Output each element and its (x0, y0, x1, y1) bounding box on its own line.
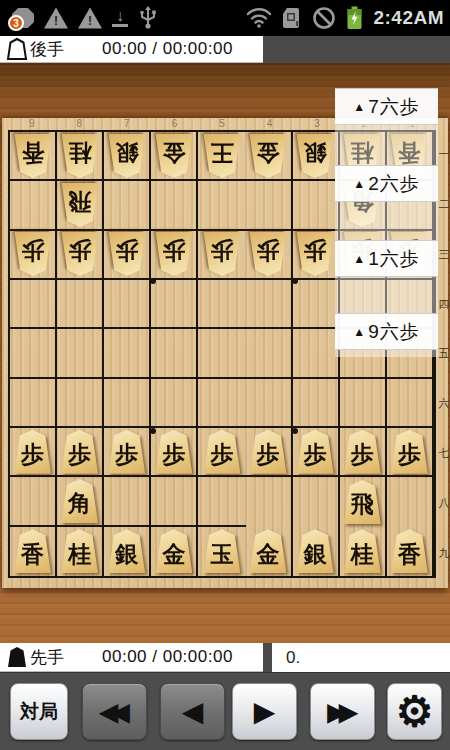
board-square-9七[interactable]: 歩 (10, 428, 57, 477)
board-square-4三[interactable]: 歩 (246, 231, 293, 280)
board-square-2六[interactable] (340, 379, 387, 428)
download-icon: ↓ (112, 9, 128, 27)
piece-sente-桂[interactable]: 桂 (60, 529, 100, 573)
board-square-9四[interactable] (10, 280, 57, 329)
board-square-8九[interactable]: 桂 (57, 527, 104, 576)
android-status-bar: 3 ↓ (0, 0, 450, 36)
piece-gote-歩[interactable]: 歩 (60, 232, 100, 276)
rank-label-九: 九 (438, 528, 450, 578)
sente-move-mark: ▲ (353, 252, 365, 266)
piece-gote-歩[interactable]: 歩 (154, 232, 194, 276)
move-candidate-7六歩[interactable]: ▲7六歩 (335, 88, 438, 125)
piece-sente-歩[interactable]: 歩 (202, 430, 242, 474)
piece-sente-飛[interactable]: 飛 (342, 480, 382, 524)
piece-gote-歩[interactable]: 歩 (107, 232, 147, 276)
board-square-4六[interactable] (246, 379, 293, 428)
board-square-1九[interactable]: 香 (387, 527, 434, 576)
piece-sente-歩[interactable]: 歩 (13, 430, 53, 474)
board-square-9五[interactable] (10, 329, 57, 378)
sdcard-icon (283, 7, 301, 29)
board-square-6八[interactable] (151, 477, 198, 526)
board-square-8六[interactable] (57, 379, 104, 428)
board-square-6二[interactable] (151, 181, 198, 230)
piece-sente-香[interactable]: 香 (13, 529, 53, 573)
piece-sente-歩[interactable]: 歩 (248, 430, 288, 474)
piece-gote-歩[interactable]: 歩 (248, 232, 288, 276)
piece-sente-香[interactable]: 香 (389, 529, 429, 573)
sente-move-mark: ▲ (353, 100, 365, 114)
piece-gote-銀[interactable]: 銀 (295, 134, 335, 178)
piece-sente-桂[interactable]: 桂 (342, 529, 382, 573)
star-point (150, 278, 156, 284)
rank-labels: 一二三四五六七八九 (438, 130, 450, 578)
board-square-9一[interactable]: 香 (10, 132, 57, 181)
board-square-5四[interactable] (198, 280, 245, 329)
board-square-7三[interactable]: 歩 (104, 231, 151, 280)
rank-label-四: 四 (438, 279, 450, 329)
board-square-8五[interactable] (57, 329, 104, 378)
piece-sente-歩[interactable]: 歩 (154, 430, 194, 474)
board-square-3四[interactable] (293, 280, 340, 329)
board-square-7九[interactable]: 銀 (104, 527, 151, 576)
file-label-3: 3 (293, 117, 341, 130)
piece-sente-金[interactable]: 金 (154, 529, 194, 573)
rank-label-六: 六 (438, 379, 450, 429)
bottom-toolbar: 対局 ◀◀ ◀ ▶ ▶▶ ⚙ (0, 672, 450, 750)
board-square-3九[interactable]: 銀 (293, 527, 340, 576)
board-square-2八[interactable]: 飛 (340, 477, 387, 526)
no-signal-icon (312, 6, 336, 30)
file-label-9: 9 (8, 117, 56, 130)
board-square-3三[interactable]: 歩 (293, 231, 340, 280)
board-square-5六[interactable] (198, 379, 245, 428)
sente-move-mark: ▲ (353, 177, 365, 191)
board-square-5一[interactable]: 王 (198, 132, 245, 181)
step-back-button[interactable]: ◀ (160, 683, 225, 740)
board-square-7一[interactable]: 銀 (104, 132, 151, 181)
board-square-1七[interactable]: 歩 (387, 428, 434, 477)
gote-clock: 00:00 / 00:00:00 (102, 39, 233, 59)
notification-badge-icon: 3 (12, 8, 34, 28)
board-square-4五[interactable] (246, 329, 293, 378)
sente-piece-icon (6, 645, 28, 669)
piece-sente-歩[interactable]: 歩 (60, 430, 100, 474)
piece-sente-玉[interactable]: 玉 (202, 529, 242, 573)
board-square-7五[interactable] (104, 329, 151, 378)
board-square-7八[interactable] (104, 477, 151, 526)
board-square-3一[interactable]: 銀 (293, 132, 340, 181)
board-square-8三[interactable]: 歩 (57, 231, 104, 280)
fast-forward-button[interactable]: ▶▶ (310, 683, 375, 740)
board-square-7六[interactable] (104, 379, 151, 428)
board-square-9三[interactable]: 歩 (10, 231, 57, 280)
board-square-5五[interactable] (198, 329, 245, 378)
rewind-icon: ◀◀ (100, 700, 130, 724)
piece-gote-銀[interactable]: 銀 (107, 134, 147, 178)
piece-gote-金[interactable]: 金 (154, 134, 194, 178)
board-square-6六[interactable] (151, 379, 198, 428)
board-square-4九[interactable]: 金 (246, 527, 293, 576)
board-square-3二[interactable] (293, 181, 340, 230)
move-candidate-1六歩[interactable]: ▲1六歩 (335, 240, 438, 277)
piece-gote-桂[interactable]: 桂 (60, 134, 100, 178)
piece-sente-歩[interactable]: 歩 (342, 430, 382, 474)
rank-label-七: 七 (438, 429, 450, 479)
status-icons-right: 2:42AM (246, 6, 450, 30)
file-label-5: 5 (198, 117, 246, 130)
sente-label: 先手 (30, 646, 64, 669)
piece-gote-歩[interactable]: 歩 (13, 232, 53, 276)
piece-sente-金[interactable]: 金 (248, 529, 288, 573)
rank-label-三: 三 (438, 230, 450, 280)
move-candidate-2六歩[interactable]: ▲2六歩 (335, 165, 438, 202)
shogi-app-screen: 3 ↓ (0, 0, 450, 750)
board-square-8四[interactable] (57, 280, 104, 329)
file-label-8: 8 (56, 117, 104, 130)
board-square-7四[interactable] (104, 280, 151, 329)
battery-charging-icon (347, 6, 362, 30)
rank-label-五: 五 (438, 329, 450, 379)
board-square-7七[interactable]: 歩 (104, 428, 151, 477)
board-square-8七[interactable]: 歩 (57, 428, 104, 477)
sente-clock: 00:00 / 00:00:00 (102, 647, 233, 667)
gear-icon: ⚙ (396, 691, 434, 733)
board-square-6五[interactable] (151, 329, 198, 378)
board-square-6四[interactable] (151, 280, 198, 329)
board-square-1八[interactable] (387, 477, 434, 526)
board-square-4二[interactable] (246, 181, 293, 230)
sente-move-mark: ▲ (353, 325, 365, 339)
board-square-6九[interactable]: 金 (151, 527, 198, 576)
board-square-2九[interactable]: 桂 (340, 527, 387, 576)
file-label-7: 7 (103, 117, 151, 130)
board-square-6一[interactable]: 金 (151, 132, 198, 181)
piece-gote-歩[interactable]: 歩 (295, 232, 335, 276)
piece-gote-金[interactable]: 金 (248, 134, 288, 178)
warning-icon (44, 8, 68, 29)
board-square-9九[interactable]: 香 (10, 527, 57, 576)
board-square-5九[interactable]: 玉 (198, 527, 245, 576)
piece-sente-歩[interactable]: 歩 (107, 430, 147, 474)
sente-player-bar: 先手 00:00 / 00:00:00 0. (0, 643, 450, 672)
piece-sente-銀[interactable]: 銀 (295, 529, 335, 573)
rank-label-八: 八 (438, 478, 450, 528)
rank-label-一: 一 (438, 130, 450, 180)
back-icon: ◀ (182, 698, 204, 726)
board-square-5三[interactable]: 歩 (198, 231, 245, 280)
piece-sente-歩[interactable]: 歩 (389, 430, 429, 474)
board-square-1六[interactable] (387, 379, 434, 428)
file-label-6: 6 (151, 117, 199, 130)
piece-sente-銀[interactable]: 銀 (107, 529, 147, 573)
clock-time: 2:42AM (373, 7, 444, 29)
board-square-9二[interactable] (10, 181, 57, 230)
step-forward-button[interactable]: ▶ (232, 683, 297, 740)
move-candidate-9六歩[interactable]: ▲9六歩 (335, 313, 438, 350)
piece-gote-歩[interactable]: 歩 (202, 232, 242, 276)
board-square-5二[interactable] (198, 181, 245, 230)
board-square-5七[interactable]: 歩 (198, 428, 245, 477)
board-square-8二[interactable]: 飛 (57, 181, 104, 230)
board-square-3七[interactable]: 歩 (293, 428, 340, 477)
board-square-6三[interactable]: 歩 (151, 231, 198, 280)
piece-sente-歩[interactable]: 歩 (295, 430, 335, 474)
board-square-3五[interactable] (293, 329, 340, 378)
board-square-2七[interactable]: 歩 (340, 428, 387, 477)
board-square-4八[interactable] (246, 477, 293, 526)
rank-label-二: 二 (438, 180, 450, 230)
board-square-8一[interactable]: 桂 (57, 132, 104, 181)
board-square-3六[interactable] (293, 379, 340, 428)
warning-icon (78, 8, 102, 29)
fast-forward-icon: ▶▶ (328, 700, 358, 724)
gote-player-bar: 後手 00:00 / 00:00:00 (0, 36, 450, 63)
board-square-3八[interactable] (293, 477, 340, 526)
board-square-9六[interactable] (10, 379, 57, 428)
file-label-4: 4 (246, 117, 294, 130)
board-square-4四[interactable] (246, 280, 293, 329)
piece-gote-王[interactable]: 王 (202, 134, 242, 178)
piece-sente-角[interactable]: 角 (60, 479, 100, 523)
wifi-icon (246, 7, 272, 29)
usb-icon (138, 6, 158, 30)
board-square-9八[interactable] (10, 477, 57, 526)
piece-gote-飛[interactable]: 飛 (60, 183, 100, 227)
move-counter[interactable]: 0. (272, 643, 450, 672)
board-area: 987654321 一二三四五六七八九 香桂銀金王金銀桂香飛角歩歩歩歩歩歩歩歩歩… (0, 63, 450, 643)
notification-count-badge: 3 (8, 15, 24, 31)
forward-icon: ▶ (254, 698, 276, 726)
gote-label: 後手 (30, 38, 64, 61)
settings-button[interactable]: ⚙ (387, 683, 442, 740)
board-square-7二[interactable] (104, 181, 151, 230)
piece-gote-香[interactable]: 香 (13, 134, 53, 178)
gote-piece-icon (6, 37, 28, 61)
board-square-6七[interactable]: 歩 (151, 428, 198, 477)
board-square-4七[interactable]: 歩 (246, 428, 293, 477)
board-square-8八[interactable]: 角 (57, 477, 104, 526)
status-icons-left: 3 ↓ (0, 6, 158, 30)
rewind-to-start-button[interactable]: ◀◀ (82, 683, 147, 740)
candidate-move-list: ▲7六歩▲2六歩▲1六歩▲9六歩 (335, 88, 438, 357)
board-square-5八[interactable] (198, 477, 245, 526)
new-game-button[interactable]: 対局 (10, 683, 68, 740)
board-square-4一[interactable]: 金 (246, 132, 293, 181)
